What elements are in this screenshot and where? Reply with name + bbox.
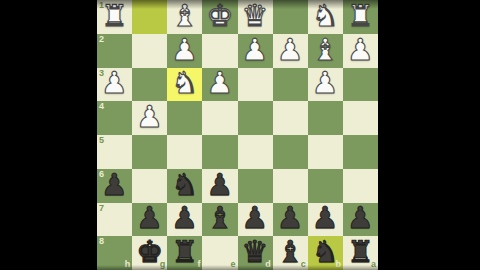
square-c1[interactable] — [273, 0, 308, 34]
square-h2[interactable]: 2 — [97, 34, 132, 68]
square-f1[interactable]: ♝ — [167, 0, 202, 34]
piece-white-king[interactable]: ♚ — [206, 1, 233, 31]
file-label-h: h — [125, 260, 131, 269]
file-label-e: e — [230, 260, 235, 269]
piece-white-rook[interactable]: ♜ — [347, 1, 374, 31]
piece-white-rook[interactable]: ♜ — [101, 1, 128, 31]
square-h4[interactable]: 4 — [97, 101, 132, 135]
square-d7[interactable]: ♟ — [238, 203, 273, 237]
square-a8[interactable]: a♜ — [343, 236, 378, 270]
piece-black-rook[interactable]: ♜ — [347, 237, 374, 267]
piece-white-pawn[interactable]: ♟ — [242, 35, 269, 65]
square-a7[interactable]: ♟ — [343, 203, 378, 237]
square-h5[interactable]: 5 — [97, 135, 132, 169]
square-g8[interactable]: g♚ — [132, 236, 167, 270]
square-e3[interactable]: ♟ — [202, 68, 237, 102]
square-a2[interactable]: ♟ — [343, 34, 378, 68]
square-c4[interactable] — [273, 101, 308, 135]
square-g6[interactable] — [132, 169, 167, 203]
square-d5[interactable] — [238, 135, 273, 169]
piece-white-queen[interactable]: ♛ — [242, 1, 269, 31]
square-e1[interactable]: ♚ — [202, 0, 237, 34]
piece-black-knight[interactable]: ♞ — [171, 170, 198, 200]
square-f7[interactable]: ♟ — [167, 203, 202, 237]
rank-label-2: 2 — [99, 35, 104, 44]
piece-black-bishop[interactable]: ♝ — [277, 237, 304, 267]
piece-white-knight[interactable]: ♞ — [171, 68, 198, 98]
square-c8[interactable]: c♝ — [273, 236, 308, 270]
square-d2[interactable]: ♟ — [238, 34, 273, 68]
square-e4[interactable] — [202, 101, 237, 135]
square-a3[interactable] — [343, 68, 378, 102]
square-g1[interactable] — [132, 0, 167, 34]
square-h8[interactable]: 8h — [97, 236, 132, 270]
square-a4[interactable] — [343, 101, 378, 135]
square-b3[interactable]: ♟ — [308, 68, 343, 102]
square-a6[interactable] — [343, 169, 378, 203]
square-e7[interactable]: ♝ — [202, 203, 237, 237]
square-c5[interactable] — [273, 135, 308, 169]
square-b5[interactable] — [308, 135, 343, 169]
square-g3[interactable] — [132, 68, 167, 102]
rank-label-8: 8 — [99, 237, 104, 246]
piece-black-queen[interactable]: ♛ — [242, 237, 269, 267]
square-f4[interactable] — [167, 101, 202, 135]
piece-black-pawn[interactable]: ♟ — [171, 203, 198, 233]
square-e8[interactable]: e — [202, 236, 237, 270]
piece-black-pawn[interactable]: ♟ — [206, 170, 233, 200]
piece-black-bishop[interactable]: ♝ — [206, 203, 233, 233]
square-c6[interactable] — [273, 169, 308, 203]
square-d6[interactable] — [238, 169, 273, 203]
video-frame: 1♜♝♚♛♞♜2♟♟♟♝♟3♟♞♟♟4♟56♟♞♟7♟♟♝♟♟♟♟8hg♚f♜e… — [0, 0, 480, 270]
piece-white-pawn[interactable]: ♟ — [347, 35, 374, 65]
square-d3[interactable] — [238, 68, 273, 102]
square-h7[interactable]: 7 — [97, 203, 132, 237]
piece-white-pawn[interactable]: ♟ — [101, 68, 128, 98]
piece-black-pawn[interactable]: ♟ — [136, 203, 163, 233]
square-f6[interactable]: ♞ — [167, 169, 202, 203]
square-h1[interactable]: 1♜ — [97, 0, 132, 34]
square-c7[interactable]: ♟ — [273, 203, 308, 237]
piece-white-pawn[interactable]: ♟ — [277, 35, 304, 65]
square-g2[interactable] — [132, 34, 167, 68]
rank-label-4: 4 — [99, 102, 104, 111]
piece-white-pawn[interactable]: ♟ — [136, 102, 163, 132]
rank-label-7: 7 — [99, 204, 104, 213]
piece-black-king[interactable]: ♚ — [136, 237, 163, 267]
square-c3[interactable] — [273, 68, 308, 102]
square-a1[interactable]: ♜ — [343, 0, 378, 34]
piece-white-bishop[interactable]: ♝ — [171, 1, 198, 31]
square-b4[interactable] — [308, 101, 343, 135]
piece-white-pawn[interactable]: ♟ — [171, 35, 198, 65]
square-h3[interactable]: 3♟ — [97, 68, 132, 102]
square-d4[interactable] — [238, 101, 273, 135]
square-b8[interactable]: b♞ — [308, 236, 343, 270]
piece-black-pawn[interactable]: ♟ — [312, 203, 339, 233]
piece-black-pawn[interactable]: ♟ — [242, 203, 269, 233]
piece-black-pawn[interactable]: ♟ — [347, 203, 374, 233]
square-h6[interactable]: 6♟ — [97, 169, 132, 203]
square-f2[interactable]: ♟ — [167, 34, 202, 68]
piece-white-knight[interactable]: ♞ — [312, 1, 339, 31]
square-d8[interactable]: d♛ — [238, 236, 273, 270]
square-g4[interactable]: ♟ — [132, 101, 167, 135]
square-e5[interactable] — [202, 135, 237, 169]
square-e2[interactable] — [202, 34, 237, 68]
rank-label-5: 5 — [99, 136, 104, 145]
square-f3[interactable]: ♞ — [167, 68, 202, 102]
square-e6[interactable]: ♟ — [202, 169, 237, 203]
square-b6[interactable] — [308, 169, 343, 203]
square-b7[interactable]: ♟ — [308, 203, 343, 237]
piece-black-knight[interactable]: ♞ — [312, 237, 339, 267]
piece-white-bishop[interactable]: ♝ — [312, 35, 339, 65]
square-f8[interactable]: f♜ — [167, 236, 202, 270]
piece-white-pawn[interactable]: ♟ — [206, 68, 233, 98]
square-b2[interactable]: ♝ — [308, 34, 343, 68]
square-b1[interactable]: ♞ — [308, 0, 343, 34]
square-c2[interactable]: ♟ — [273, 34, 308, 68]
piece-white-pawn[interactable]: ♟ — [312, 68, 339, 98]
square-g7[interactable]: ♟ — [132, 203, 167, 237]
piece-black-pawn[interactable]: ♟ — [277, 203, 304, 233]
square-g5[interactable] — [132, 135, 167, 169]
piece-black-pawn[interactable]: ♟ — [101, 170, 128, 200]
square-f5[interactable] — [167, 135, 202, 169]
piece-black-rook[interactable]: ♜ — [171, 237, 198, 267]
square-d1[interactable]: ♛ — [238, 0, 273, 34]
chess-board[interactable]: 1♜♝♚♛♞♜2♟♟♟♝♟3♟♞♟♟4♟56♟♞♟7♟♟♝♟♟♟♟8hg♚f♜e… — [97, 0, 378, 270]
square-a5[interactable] — [343, 135, 378, 169]
